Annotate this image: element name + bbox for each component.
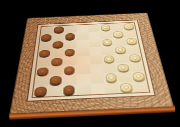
dark-piece[interactable] [39,50,50,57]
dark-piece[interactable] [37,67,49,75]
square-b1[interactable] [47,85,62,96]
light-piece[interactable] [105,73,117,82]
square-d1[interactable] [76,84,91,95]
light-piece[interactable] [132,72,145,81]
board-frame [9,13,174,115]
square-e2[interactable] [90,73,105,84]
light-piece[interactable] [120,83,133,92]
square-f1[interactable] [105,83,120,94]
light-piece[interactable] [102,39,113,46]
light-piece[interactable] [123,23,134,29]
dark-piece[interactable] [54,26,64,32]
square-c1[interactable] [62,84,77,95]
dark-piece[interactable] [65,49,76,56]
board-perspective-wrap [0,0,180,127]
light-piece[interactable] [129,54,141,62]
light-piece[interactable] [100,24,110,30]
square-e1[interactable] [90,83,105,94]
photo-stage [0,0,180,127]
light-piece[interactable] [113,31,124,38]
light-piece[interactable] [115,46,126,53]
light-piece[interactable] [103,55,114,63]
square-f2[interactable] [104,73,119,84]
dark-piece[interactable] [63,85,75,94]
square-h1[interactable] [133,81,149,92]
dark-piece[interactable] [64,66,75,74]
light-piece[interactable] [126,38,137,45]
dark-piece[interactable] [51,58,62,66]
dark-piece[interactable] [65,33,75,40]
square-h2[interactable] [131,71,147,82]
square-d2[interactable] [76,74,90,85]
dark-piece[interactable] [50,76,62,85]
dark-piece[interactable] [52,41,63,48]
dark-piece[interactable] [41,34,51,41]
square-a1[interactable] [33,86,48,97]
board-grid [33,23,149,98]
light-piece[interactable] [117,63,129,71]
square-c2[interactable] [62,74,76,85]
dark-piece[interactable] [34,87,47,96]
checkers-board [9,13,174,115]
